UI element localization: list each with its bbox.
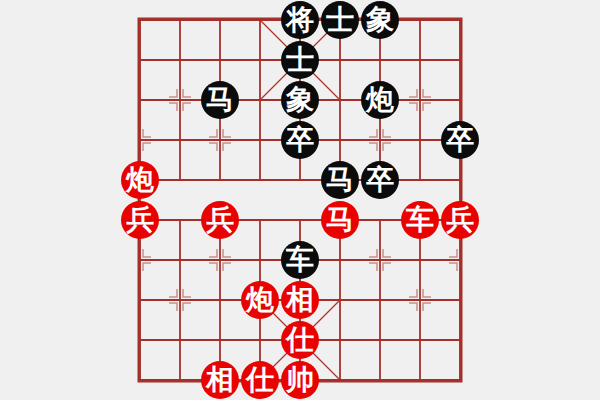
piece-red-advisor[interactable]: 仕 [281, 321, 319, 359]
app-background: 将士象士马象炮卒卒马卒车炮兵兵马车兵炮相仕相仕帅 [0, 0, 600, 400]
piece-black-soldier[interactable]: 卒 [281, 121, 319, 159]
piece-red-general[interactable]: 帅 [281, 361, 319, 399]
piece-red-chariot[interactable]: 车 [401, 201, 439, 239]
piece-red-soldier[interactable]: 兵 [201, 201, 239, 239]
piece-red-horse[interactable]: 马 [321, 201, 359, 239]
piece-black-general[interactable]: 将 [281, 1, 319, 39]
xiangqi-board: 将士象士马象炮卒卒马卒车炮兵兵马车兵炮相仕相仕帅 [120, 0, 480, 400]
piece-black-soldier[interactable]: 卒 [441, 121, 479, 159]
piece-red-elephant[interactable]: 相 [201, 361, 239, 399]
piece-black-advisor[interactable]: 士 [321, 1, 359, 39]
piece-black-elephant[interactable]: 象 [281, 81, 319, 119]
piece-black-cannon[interactable]: 炮 [361, 81, 399, 119]
piece-black-advisor[interactable]: 士 [281, 41, 319, 79]
piece-red-advisor[interactable]: 仕 [241, 361, 279, 399]
board-intersections[interactable]: 将士象士马象炮卒卒马卒车炮兵兵马车兵炮相仕相仕帅 [120, 0, 480, 400]
piece-black-elephant[interactable]: 象 [361, 1, 399, 39]
piece-black-soldier[interactable]: 卒 [361, 161, 399, 199]
piece-black-horse[interactable]: 马 [201, 81, 239, 119]
piece-red-soldier[interactable]: 兵 [441, 201, 479, 239]
piece-red-cannon[interactable]: 炮 [241, 281, 279, 319]
piece-red-cannon[interactable]: 炮 [121, 161, 159, 199]
piece-red-soldier[interactable]: 兵 [121, 201, 159, 239]
piece-black-horse[interactable]: 马 [321, 161, 359, 199]
piece-red-elephant[interactable]: 相 [281, 281, 319, 319]
piece-black-chariot[interactable]: 车 [281, 241, 319, 279]
